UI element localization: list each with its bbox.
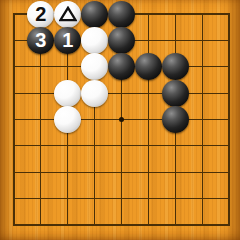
black-stone[interactable] — [135, 53, 162, 80]
move-number-label: 2 — [35, 4, 46, 25]
black-stone[interactable] — [162, 80, 189, 107]
move-number-label: 1 — [62, 30, 73, 51]
grid-line-vertical — [202, 13, 203, 226]
white-stone[interactable]: 2 — [27, 1, 54, 28]
black-stone[interactable]: 3 — [27, 27, 54, 54]
black-stone[interactable] — [162, 106, 189, 133]
black-stone[interactable]: 1 — [54, 27, 81, 54]
black-stone[interactable] — [108, 1, 135, 28]
grid-line-vertical — [148, 13, 149, 226]
white-stone[interactable] — [81, 27, 108, 54]
grid-line-horizontal — [13, 224, 230, 226]
black-stone[interactable] — [108, 53, 135, 80]
white-stone[interactable] — [81, 53, 108, 80]
grid-line-horizontal — [13, 172, 230, 173]
triangle-marker-icon — [59, 6, 77, 22]
grid-line-horizontal — [13, 145, 230, 146]
black-stone[interactable] — [108, 27, 135, 54]
black-stone[interactable] — [81, 1, 108, 28]
move-number-label: 3 — [35, 30, 46, 51]
grid-line-vertical — [228, 13, 230, 226]
white-stone[interactable] — [54, 1, 81, 28]
grid-line-horizontal — [13, 198, 230, 199]
star-point — [119, 117, 124, 122]
go-board[interactable]: 231 — [0, 0, 240, 240]
black-stone[interactable] — [162, 53, 189, 80]
white-stone[interactable] — [54, 106, 81, 133]
white-stone[interactable] — [81, 80, 108, 107]
white-stone[interactable] — [54, 80, 81, 107]
